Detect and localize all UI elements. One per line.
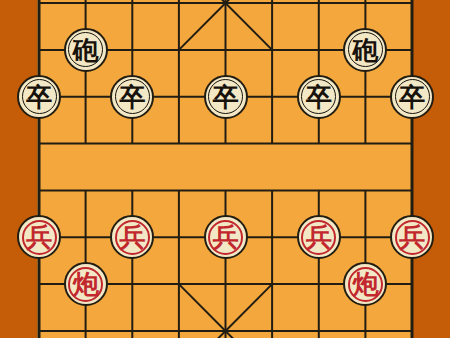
piece-black-soldier[interactable]: 卒 xyxy=(17,75,61,119)
piece-red-soldier[interactable]: 兵 xyxy=(17,215,61,259)
piece-glyph: 卒 xyxy=(306,84,332,110)
piece-red-soldier[interactable]: 兵 xyxy=(390,215,434,259)
piece-red-soldier[interactable]: 兵 xyxy=(204,215,248,259)
piece-glyph: 卒 xyxy=(119,84,145,110)
piece-black-soldier[interactable]: 卒 xyxy=(297,75,341,119)
piece-red-soldier[interactable]: 兵 xyxy=(110,215,154,259)
piece-black-cannon[interactable]: 砲 xyxy=(343,28,387,72)
piece-black-soldier[interactable]: 卒 xyxy=(204,75,248,119)
piece-glyph: 砲 xyxy=(73,37,99,63)
piece-black-cannon[interactable]: 砲 xyxy=(64,28,108,72)
piece-glyph: 兵 xyxy=(213,224,239,250)
piece-red-soldier[interactable]: 兵 xyxy=(297,215,341,259)
piece-glyph: 兵 xyxy=(399,224,425,250)
piece-glyph: 砲 xyxy=(352,37,378,63)
xiangqi-board: 砲砲卒卒卒卒卒兵兵兵兵兵炮炮 xyxy=(0,0,450,338)
piece-glyph: 卒 xyxy=(399,84,425,110)
piece-glyph: 兵 xyxy=(26,224,52,250)
piece-glyph: 兵 xyxy=(119,224,145,250)
piece-black-soldier[interactable]: 卒 xyxy=(110,75,154,119)
piece-glyph: 卒 xyxy=(213,84,239,110)
piece-glyph: 炮 xyxy=(352,271,378,297)
piece-red-cannon[interactable]: 炮 xyxy=(343,262,387,306)
piece-glyph: 卒 xyxy=(26,84,52,110)
piece-glyph: 炮 xyxy=(73,271,99,297)
piece-glyph: 兵 xyxy=(306,224,332,250)
piece-black-soldier[interactable]: 卒 xyxy=(390,75,434,119)
piece-grid: 砲砲卒卒卒卒卒兵兵兵兵兵炮炮 xyxy=(16,0,436,338)
piece-red-cannon[interactable]: 炮 xyxy=(64,262,108,306)
